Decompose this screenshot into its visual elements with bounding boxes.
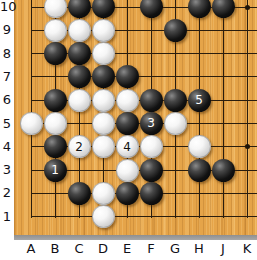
stone-black-H3[interactable] <box>188 159 211 182</box>
stone-black-F2[interactable] <box>140 182 163 205</box>
row-label-7: 7 <box>0 69 14 85</box>
move-number: 2 <box>75 141 83 153</box>
stone-black-G6[interactable] <box>164 89 187 112</box>
row-label-3: 3 <box>0 162 14 178</box>
col-label-K: K <box>239 241 255 257</box>
stone-white-E4[interactable]: 4 <box>116 135 139 158</box>
stone-white-E6[interactable] <box>116 89 139 112</box>
stone-black-F5[interactable]: 3 <box>140 112 163 135</box>
stone-black-E7[interactable] <box>116 65 139 88</box>
stone-black-C10[interactable] <box>68 0 91 18</box>
stone-white-D6[interactable] <box>92 89 115 112</box>
stone-white-C9[interactable] <box>68 19 91 42</box>
board-bottom-edge <box>14 235 257 240</box>
row-label-5: 5 <box>0 116 14 132</box>
stone-black-F10[interactable] <box>140 0 163 18</box>
row-label-9: 9 <box>0 22 14 38</box>
stone-black-F6[interactable] <box>140 89 163 112</box>
row-label-4: 4 <box>0 139 14 155</box>
stone-black-J10[interactable] <box>212 0 235 18</box>
stone-black-H6[interactable]: 5 <box>188 89 211 112</box>
row-label-8: 8 <box>0 46 14 62</box>
move-number: 5 <box>195 94 203 106</box>
stone-black-G9[interactable] <box>164 19 187 42</box>
stone-white-B10[interactable] <box>44 0 67 18</box>
move-number: 3 <box>147 117 155 129</box>
stone-white-F4[interactable] <box>140 135 163 158</box>
stone-white-A5[interactable] <box>20 112 43 135</box>
col-label-F: F <box>143 241 159 257</box>
stone-black-D7[interactable] <box>92 65 115 88</box>
stone-white-E3[interactable] <box>116 159 139 182</box>
stone-black-C8[interactable] <box>68 42 91 65</box>
col-label-B: B <box>47 241 63 257</box>
stone-white-D1[interactable] <box>92 205 115 228</box>
stone-black-J3[interactable] <box>212 159 235 182</box>
stone-black-B6[interactable] <box>44 89 67 112</box>
row-label-1: 1 <box>0 209 14 225</box>
stone-black-C7[interactable] <box>68 65 91 88</box>
stone-black-C2[interactable] <box>68 182 91 205</box>
stone-black-D10[interactable] <box>92 0 115 18</box>
col-label-G: G <box>167 241 183 257</box>
col-label-D: D <box>95 241 111 257</box>
stone-black-E5[interactable] <box>116 112 139 135</box>
stone-white-D8[interactable] <box>92 42 115 65</box>
stone-white-G5[interactable] <box>164 112 187 135</box>
move-number: 4 <box>123 141 131 153</box>
stone-white-D2[interactable] <box>92 182 115 205</box>
col-label-H: H <box>191 241 207 257</box>
stone-black-B8[interactable] <box>44 42 67 65</box>
stone-white-C4[interactable]: 2 <box>68 135 91 158</box>
row-label-2: 2 <box>0 185 14 201</box>
stone-black-E2[interactable] <box>116 182 139 205</box>
stone-white-B5[interactable] <box>44 112 67 135</box>
col-label-J: J <box>215 241 231 257</box>
stone-white-B9[interactable] <box>44 19 67 42</box>
col-label-C: C <box>71 241 87 257</box>
row-label-10: 10 <box>0 0 14 15</box>
stone-white-D5[interactable] <box>92 112 115 135</box>
stone-white-H4[interactable] <box>188 135 211 158</box>
move-number: 1 <box>51 164 59 176</box>
stone-white-D4[interactable] <box>92 135 115 158</box>
stone-black-B3[interactable]: 1 <box>44 159 67 182</box>
stone-white-C6[interactable] <box>68 89 91 112</box>
stone-white-D9[interactable] <box>92 19 115 42</box>
row-label-6: 6 <box>0 92 14 108</box>
col-label-E: E <box>119 241 135 257</box>
stone-black-B4[interactable] <box>44 135 67 158</box>
col-label-A: A <box>23 241 39 257</box>
stone-black-F3[interactable] <box>140 159 163 182</box>
stone-black-H10[interactable] <box>188 0 211 18</box>
stone-layer: 53241 <box>19 0 257 228</box>
go-diagram: 53241 10987654321 ABCDEFGHJK <box>0 0 257 260</box>
